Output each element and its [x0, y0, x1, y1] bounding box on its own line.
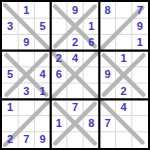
- cell-r8c3[interactable]: [34, 116, 50, 132]
- cell-r7c8: 4: [116, 99, 132, 115]
- cell-r6c7[interactable]: [99, 83, 115, 99]
- cell-r9c2: 7: [18, 132, 34, 148]
- sudoku-board: 1987351992612415469312174187279: [0, 0, 150, 150]
- cell-r4c5: 4: [67, 51, 83, 67]
- cell-r8c4: 1: [51, 116, 67, 132]
- cell-r9c5[interactable]: [67, 132, 83, 148]
- cell-r2c2[interactable]: [18, 18, 34, 34]
- cell-r7c2[interactable]: [18, 99, 34, 115]
- cell-r6c3: 1: [34, 83, 50, 99]
- cell-r2c8[interactable]: [116, 18, 132, 34]
- cell-r6c1[interactable]: [2, 83, 18, 99]
- cell-r2c6: 1: [83, 18, 99, 34]
- cell-r5c9[interactable]: [132, 67, 148, 83]
- cell-r9c6[interactable]: [83, 132, 99, 148]
- cell-r7c3[interactable]: [34, 99, 50, 115]
- cell-r1c2: 1: [18, 2, 34, 18]
- cell-r7c5: 7: [67, 99, 83, 115]
- cell-r3c7[interactable]: [99, 34, 115, 50]
- cell-r2c7[interactable]: [99, 18, 115, 34]
- cell-r6c5[interactable]: [67, 83, 83, 99]
- cell-r3c3[interactable]: [34, 34, 50, 50]
- cell-r4c8: 1: [116, 51, 132, 67]
- cell-r4c3[interactable]: [34, 51, 50, 67]
- cell-r2c4[interactable]: [51, 18, 67, 34]
- cell-r5c8[interactable]: [116, 67, 132, 83]
- cell-r3c2: 9: [18, 34, 34, 50]
- cell-r9c8[interactable]: [116, 132, 132, 148]
- cell-r3c6: 6: [83, 34, 99, 50]
- cell-r8c7: 7: [99, 116, 115, 132]
- cell-r1c8[interactable]: [116, 2, 132, 18]
- cell-r5c5[interactable]: [67, 67, 83, 83]
- cell-r8c5[interactable]: [67, 116, 83, 132]
- cell-r4c4: 2: [51, 51, 67, 67]
- cell-r9c9[interactable]: [132, 132, 148, 148]
- cell-r4c9[interactable]: [132, 51, 148, 67]
- cell-r8c1[interactable]: [2, 116, 18, 132]
- cell-r1c9: 7: [132, 2, 148, 18]
- cell-r1c1[interactable]: [2, 2, 18, 18]
- cell-r9c4[interactable]: [51, 132, 67, 148]
- cell-r8c8[interactable]: [116, 116, 132, 132]
- cell-r7c6[interactable]: [83, 99, 99, 115]
- cell-r8c9[interactable]: [132, 116, 148, 132]
- cell-r7c9[interactable]: [132, 99, 148, 115]
- cell-r2c3: 5: [34, 18, 50, 34]
- cell-r4c7[interactable]: [99, 51, 115, 67]
- cell-r6c8: 2: [116, 83, 132, 99]
- cell-r1c7: 8: [99, 2, 115, 18]
- cell-r4c2[interactable]: [18, 51, 34, 67]
- cell-r5c2[interactable]: [18, 67, 34, 83]
- cells-grid: 1987351992612415469312174187279: [2, 2, 148, 148]
- cell-r7c1: 1: [2, 99, 18, 115]
- cell-r9c7[interactable]: [99, 132, 115, 148]
- cell-r3c9: 1: [132, 34, 148, 50]
- cell-r4c6[interactable]: [83, 51, 99, 67]
- cell-r6c4[interactable]: [51, 83, 67, 99]
- cell-r6c6[interactable]: [83, 83, 99, 99]
- cell-r4c1[interactable]: [2, 51, 18, 67]
- cell-r6c9[interactable]: [132, 83, 148, 99]
- cell-r5c6[interactable]: [83, 67, 99, 83]
- cell-r5c4: 6: [51, 67, 67, 83]
- cell-r2c1: 3: [2, 18, 18, 34]
- cell-r5c3: 4: [34, 67, 50, 83]
- cell-r1c3[interactable]: [34, 2, 50, 18]
- cell-r8c2[interactable]: [18, 116, 34, 132]
- cell-r1c6[interactable]: [83, 2, 99, 18]
- cell-r8c6: 8: [83, 116, 99, 132]
- cell-r1c4[interactable]: [51, 2, 67, 18]
- cell-r2c9: 9: [132, 18, 148, 34]
- cell-r7c7[interactable]: [99, 99, 115, 115]
- cell-r3c4[interactable]: [51, 34, 67, 50]
- cell-r7c4[interactable]: [51, 99, 67, 115]
- cell-r5c7: 9: [99, 67, 115, 83]
- cell-r3c8[interactable]: [116, 34, 132, 50]
- cell-r3c1[interactable]: [2, 34, 18, 50]
- cell-r1c5: 9: [67, 2, 83, 18]
- cell-r5c1: 5: [2, 67, 18, 83]
- cell-r6c2: 3: [18, 83, 34, 99]
- cell-r2c5[interactable]: [67, 18, 83, 34]
- cell-r3c5: 2: [67, 34, 83, 50]
- cell-r9c1: 2: [2, 132, 18, 148]
- cell-r9c3: 9: [34, 132, 50, 148]
